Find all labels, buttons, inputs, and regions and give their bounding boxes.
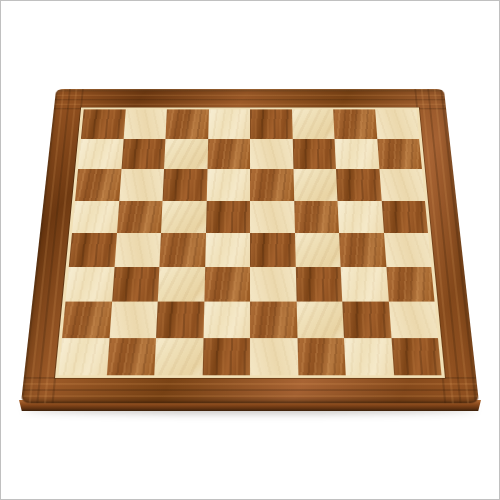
square-r5c8 bbox=[384, 233, 432, 267]
square-r5c6 bbox=[295, 233, 341, 267]
square-r3c4 bbox=[206, 169, 250, 200]
square-r1c8 bbox=[375, 109, 419, 138]
square-r2c1 bbox=[78, 139, 123, 169]
square-r7c6 bbox=[296, 302, 344, 338]
square-r1c6 bbox=[292, 109, 335, 138]
square-r7c3 bbox=[156, 302, 204, 338]
square-r7c8 bbox=[388, 302, 438, 338]
square-r3c5 bbox=[250, 169, 294, 200]
square-r7c7 bbox=[342, 302, 391, 338]
square-r1c7 bbox=[333, 109, 377, 138]
square-r3c3 bbox=[163, 169, 207, 200]
frame-top-band bbox=[54, 89, 446, 110]
square-r2c5 bbox=[250, 139, 293, 169]
square-r7c1 bbox=[62, 302, 112, 338]
square-r6c1 bbox=[65, 267, 114, 302]
square-r8c1 bbox=[59, 338, 110, 376]
square-r6c6 bbox=[295, 267, 342, 302]
square-r4c6 bbox=[294, 201, 339, 233]
square-r3c8 bbox=[379, 169, 425, 200]
square-r7c4 bbox=[203, 302, 250, 338]
square-r6c7 bbox=[341, 267, 389, 302]
square-r1c3 bbox=[165, 109, 208, 138]
square-r8c5 bbox=[250, 338, 298, 376]
square-r2c4 bbox=[207, 139, 250, 169]
square-r7c5 bbox=[250, 302, 297, 338]
square-r8c3 bbox=[154, 338, 203, 376]
product-photo bbox=[0, 0, 500, 500]
square-r1c2 bbox=[123, 109, 167, 138]
square-r5c7 bbox=[339, 233, 386, 267]
square-r2c7 bbox=[335, 139, 379, 169]
square-r5c5 bbox=[250, 233, 295, 267]
square-r4c3 bbox=[161, 201, 206, 233]
square-r5c3 bbox=[159, 233, 205, 267]
square-r6c5 bbox=[250, 267, 296, 302]
square-r4c8 bbox=[381, 201, 428, 233]
square-r3c1 bbox=[75, 169, 121, 200]
chess-board bbox=[21, 89, 479, 403]
frame-bottom-band bbox=[21, 375, 479, 403]
square-r4c1 bbox=[72, 201, 119, 233]
square-r2c8 bbox=[377, 139, 422, 169]
square-r2c6 bbox=[292, 139, 336, 169]
square-r8c6 bbox=[297, 338, 346, 376]
square-r8c4 bbox=[202, 338, 250, 376]
square-r6c4 bbox=[204, 267, 250, 302]
square-r4c4 bbox=[206, 201, 251, 233]
square-r5c4 bbox=[205, 233, 250, 267]
square-r1c4 bbox=[208, 109, 250, 138]
square-r8c7 bbox=[344, 338, 394, 376]
square-r2c3 bbox=[164, 139, 208, 169]
square-r4c2 bbox=[117, 201, 163, 233]
square-r6c2 bbox=[112, 267, 160, 302]
square-r6c3 bbox=[158, 267, 205, 302]
square-r1c5 bbox=[250, 109, 292, 138]
square-r3c6 bbox=[293, 169, 337, 200]
square-r3c7 bbox=[336, 169, 381, 200]
square-r8c8 bbox=[391, 338, 442, 376]
square-r6c8 bbox=[386, 267, 435, 302]
square-r5c1 bbox=[69, 233, 117, 267]
square-r1c1 bbox=[81, 109, 125, 138]
board-playing-area bbox=[55, 107, 445, 377]
square-r7c2 bbox=[109, 302, 158, 338]
square-r4c5 bbox=[250, 201, 295, 233]
square-r5c2 bbox=[114, 233, 161, 267]
square-r8c2 bbox=[106, 338, 156, 376]
square-r4c7 bbox=[337, 201, 383, 233]
square-r2c2 bbox=[121, 139, 165, 169]
square-r3c2 bbox=[119, 169, 164, 200]
